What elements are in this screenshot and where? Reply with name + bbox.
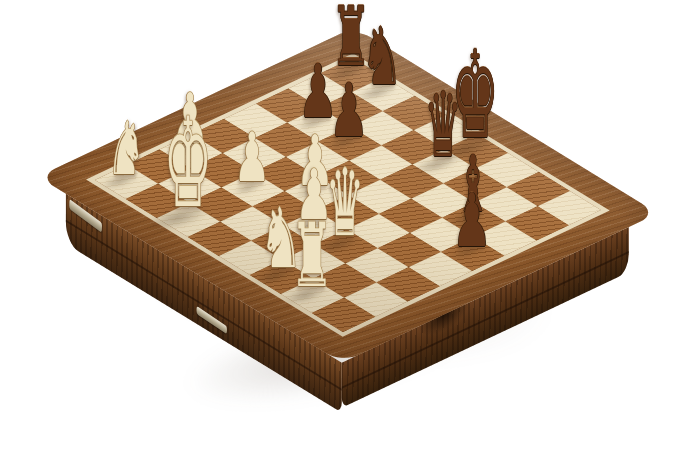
- piece-white-rook-g1[interactable]: ♜: [312, 296, 391, 384]
- white-pawn-icon: ♟: [234, 124, 271, 192]
- piece-black-pawn-h5[interactable]: ♟: [472, 254, 538, 328]
- white-knight-icon: ♞: [106, 111, 144, 185]
- black-pawn-icon: ♟: [329, 73, 369, 147]
- white-king-icon: ♚: [163, 101, 212, 225]
- white-rook-icon: ♜: [290, 211, 333, 299]
- black-pawn-icon: ♟: [452, 183, 492, 257]
- product-photo-scene: ♜♞♚♛♟♟♝♟♟♟♟♟♛♞♚♞♜: [0, 0, 700, 467]
